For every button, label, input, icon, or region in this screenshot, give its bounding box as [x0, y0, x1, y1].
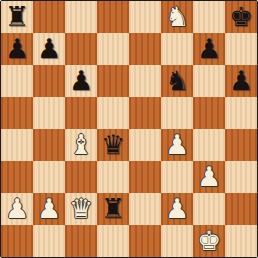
white-pawn-a2[interactable]: ♟ [5, 193, 29, 225]
square-f1[interactable] [161, 225, 193, 257]
square-h4[interactable] [225, 129, 257, 161]
white-king-g1[interactable]: ♚ [197, 225, 221, 257]
black-rook-a8[interactable]: ♜ [5, 1, 29, 33]
square-h2[interactable] [225, 193, 257, 225]
square-h8[interactable]: ♚ [225, 1, 257, 33]
square-g6[interactable] [193, 65, 225, 97]
square-b3[interactable] [33, 161, 65, 193]
chess-board-frame: ♜♞♚♟♟♟♟♞♟♝♛♟♟♟♟♛♜♟♚ [0, 0, 258, 258]
square-c4[interactable]: ♝ [65, 129, 97, 161]
square-f3[interactable] [161, 161, 193, 193]
black-rook-d2[interactable]: ♜ [101, 193, 125, 225]
square-f6[interactable]: ♞ [161, 65, 193, 97]
square-e7[interactable] [129, 33, 161, 65]
square-b4[interactable] [33, 129, 65, 161]
square-g4[interactable] [193, 129, 225, 161]
square-b1[interactable] [33, 225, 65, 257]
square-d1[interactable] [97, 225, 129, 257]
square-e4[interactable] [129, 129, 161, 161]
square-a4[interactable] [1, 129, 33, 161]
square-g8[interactable] [193, 1, 225, 33]
square-b7[interactable]: ♟ [33, 33, 65, 65]
black-pawn-h6[interactable]: ♟ [229, 65, 253, 97]
square-a8[interactable]: ♜ [1, 1, 33, 33]
square-c2[interactable]: ♛ [65, 193, 97, 225]
white-queen-c2[interactable]: ♛ [69, 193, 93, 225]
square-b5[interactable] [33, 97, 65, 129]
square-d2[interactable]: ♜ [97, 193, 129, 225]
square-f8[interactable]: ♞ [161, 1, 193, 33]
white-pawn-f4[interactable]: ♟ [165, 129, 189, 161]
black-queen-d4[interactable]: ♛ [101, 129, 125, 161]
square-h3[interactable] [225, 161, 257, 193]
square-c8[interactable] [65, 1, 97, 33]
square-b2[interactable]: ♟ [33, 193, 65, 225]
black-knight-f6[interactable]: ♞ [165, 65, 189, 97]
white-knight-f8[interactable]: ♞ [165, 1, 189, 33]
square-g1[interactable]: ♚ [193, 225, 225, 257]
square-f4[interactable]: ♟ [161, 129, 193, 161]
square-c6[interactable]: ♟ [65, 65, 97, 97]
square-d3[interactable] [97, 161, 129, 193]
square-c7[interactable] [65, 33, 97, 65]
white-pawn-b2[interactable]: ♟ [37, 193, 61, 225]
square-f7[interactable] [161, 33, 193, 65]
square-a5[interactable] [1, 97, 33, 129]
chess-board: ♜♞♚♟♟♟♟♞♟♝♛♟♟♟♟♛♜♟♚ [1, 1, 257, 257]
square-e1[interactable] [129, 225, 161, 257]
square-g3[interactable]: ♟ [193, 161, 225, 193]
square-a3[interactable] [1, 161, 33, 193]
square-g7[interactable]: ♟ [193, 33, 225, 65]
square-h5[interactable] [225, 97, 257, 129]
white-bishop-c4[interactable]: ♝ [69, 129, 93, 161]
square-f2[interactable]: ♟ [161, 193, 193, 225]
square-g5[interactable] [193, 97, 225, 129]
square-e3[interactable] [129, 161, 161, 193]
square-h7[interactable] [225, 33, 257, 65]
square-h6[interactable]: ♟ [225, 65, 257, 97]
black-pawn-g7[interactable]: ♟ [197, 33, 221, 65]
square-e8[interactable] [129, 1, 161, 33]
square-b8[interactable] [33, 1, 65, 33]
square-d5[interactable] [97, 97, 129, 129]
square-d8[interactable] [97, 1, 129, 33]
black-pawn-b7[interactable]: ♟ [37, 33, 61, 65]
black-king-h8[interactable]: ♚ [229, 1, 253, 33]
square-f5[interactable] [161, 97, 193, 129]
white-pawn-f2[interactable]: ♟ [165, 193, 189, 225]
square-d7[interactable] [97, 33, 129, 65]
square-g2[interactable] [193, 193, 225, 225]
square-d4[interactable]: ♛ [97, 129, 129, 161]
square-c1[interactable] [65, 225, 97, 257]
square-c3[interactable] [65, 161, 97, 193]
square-a2[interactable]: ♟ [1, 193, 33, 225]
white-pawn-g3[interactable]: ♟ [197, 161, 221, 193]
square-e6[interactable] [129, 65, 161, 97]
square-a7[interactable]: ♟ [1, 33, 33, 65]
square-a1[interactable] [1, 225, 33, 257]
black-pawn-a7[interactable]: ♟ [5, 33, 29, 65]
square-b6[interactable] [33, 65, 65, 97]
square-h1[interactable] [225, 225, 257, 257]
square-d6[interactable] [97, 65, 129, 97]
square-e5[interactable] [129, 97, 161, 129]
square-c5[interactable] [65, 97, 97, 129]
black-pawn-c6[interactable]: ♟ [69, 65, 93, 97]
square-a6[interactable] [1, 65, 33, 97]
square-e2[interactable] [129, 193, 161, 225]
